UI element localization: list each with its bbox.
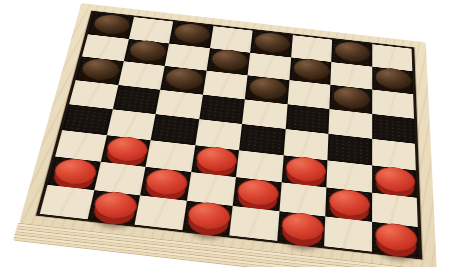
red-checker[interactable]: [329, 188, 370, 218]
board-grid: [36, 11, 422, 260]
dark-checker[interactable]: [173, 22, 212, 46]
square-r8c6[interactable]: [277, 211, 326, 246]
dark-checker[interactable]: [248, 76, 287, 102]
red-checker[interactable]: [237, 177, 280, 207]
square-r8c8[interactable]: [371, 221, 418, 257]
red-checker[interactable]: [375, 165, 415, 194]
dark-checker[interactable]: [292, 57, 330, 82]
red-checker[interactable]: [285, 155, 326, 184]
dark-checker[interactable]: [333, 85, 371, 111]
dark-checker[interactable]: [375, 67, 412, 92]
checkers-board: [19, 3, 437, 267]
red-checker[interactable]: [280, 211, 323, 243]
red-checker[interactable]: [91, 190, 138, 221]
dark-checker[interactable]: [210, 48, 249, 73]
dark-checker[interactable]: [127, 39, 168, 63]
photo-scene: [0, 0, 474, 267]
square-r8c3[interactable]: [135, 195, 187, 230]
red-checker[interactable]: [104, 135, 149, 164]
dark-checker[interactable]: [334, 40, 370, 64]
square-r8c5[interactable]: [229, 206, 279, 241]
red-checker[interactable]: [144, 167, 189, 197]
square-r8c4[interactable]: [182, 200, 233, 235]
dark-checker[interactable]: [80, 57, 123, 82]
red-checker[interactable]: [186, 201, 231, 232]
red-checker[interactable]: [195, 145, 238, 174]
square-r8c7[interactable]: [324, 216, 371, 251]
red-checker[interactable]: [52, 157, 99, 187]
dark-checker[interactable]: [164, 66, 205, 91]
dark-checker[interactable]: [253, 31, 291, 55]
dark-checker[interactable]: [92, 13, 133, 36]
red-checker[interactable]: [375, 222, 417, 254]
square-r8c2[interactable]: [87, 190, 140, 225]
square-r8c1[interactable]: [40, 185, 94, 220]
